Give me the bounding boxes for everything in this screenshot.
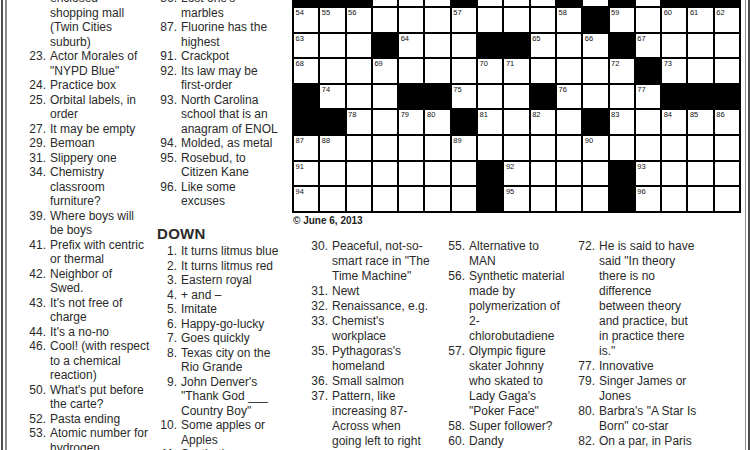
grid-cell (662, 162, 686, 186)
page-border-right-outer (748, 0, 750, 450)
grid-cell (504, 85, 528, 109)
clue-column-left: enclosed shopping mall (Twin Cities subu… (12, 0, 162, 450)
clue-text: Like some excuses (181, 180, 299, 209)
clue-list-down: 1.It turns litmus blue2.It turns litmus … (149, 244, 299, 450)
black-cell (294, 110, 318, 134)
clue: 29.Bemoan (12, 136, 162, 151)
clue-number: 23. (12, 49, 50, 78)
clue-number: 94. (149, 136, 181, 151)
clue-text: John Denver's "Thank God ___ Country Boy… (181, 375, 299, 419)
clue: 2.It turns litmus red (149, 259, 299, 274)
clue: 57.Olympic figure skater Johnny who skat… (437, 344, 579, 419)
clue-text: + and – (181, 288, 299, 303)
page-border-left-inner (5, 0, 7, 450)
black-cell (320, 110, 344, 134)
grid-cell (504, 136, 528, 160)
cell-number: 79 (401, 110, 409, 119)
clue-number: 79. (567, 374, 599, 404)
black-cell (715, 85, 739, 109)
grid-cell (557, 34, 581, 58)
clue-text: Pattern, like increasing 87- Across when… (332, 389, 440, 449)
clue-text: enclosed shopping mall (Twin Cities subu… (50, 0, 162, 49)
grid-cell: 94 (294, 187, 318, 211)
clue-number: 35. (300, 344, 332, 374)
clue-number: 50. (12, 383, 50, 412)
grid-cell (610, 85, 634, 109)
grid-cell: 61 (688, 8, 712, 32)
grid-cell: 95 (504, 187, 528, 211)
black-cell (688, 85, 712, 109)
grid-cell: 87 (294, 136, 318, 160)
grid-cell: 96 (636, 187, 660, 211)
cell-number: 93 (637, 162, 645, 171)
black-cell (478, 187, 502, 211)
clue-number: 43. (12, 296, 50, 325)
clue: 96.Like some excuses (149, 180, 299, 209)
cell-number: 86 (716, 110, 724, 119)
clue-number: 37. (300, 389, 332, 449)
clue-number: 93. (149, 93, 181, 137)
clue: 43.It's not free of charge (12, 296, 162, 325)
clue-text: Small salmon (332, 374, 440, 389)
clue-number: 4. (149, 288, 181, 303)
clue-text: It turns litmus blue (181, 244, 299, 259)
page-border-right-inner (745, 0, 747, 450)
black-cell (688, 0, 712, 6)
grid-cell (531, 59, 555, 83)
cell-number: 61 (690, 8, 698, 17)
grid-cell: 66 (583, 34, 607, 58)
clue: 6.Happy-go-lucky (149, 317, 299, 332)
black-cell (452, 0, 476, 6)
cell-number: 73 (664, 59, 672, 68)
cell-number: 60 (664, 8, 672, 17)
clue: 91.Crackpot (149, 49, 299, 64)
grid-cell: 86 (715, 110, 739, 134)
grid-cell (373, 136, 397, 160)
clue-text: Actor Morales of "NYPD Blue" (50, 49, 162, 78)
cell-number: 70 (480, 59, 488, 68)
grid-cell (478, 136, 502, 160)
cell-number: 57 (453, 8, 461, 17)
clue-number: 36. (300, 374, 332, 389)
clue: 8.Texas city on the Rio Grande (149, 346, 299, 375)
grid-cell (320, 187, 344, 211)
black-cell (662, 85, 686, 109)
grid-cell: 85 (688, 110, 712, 134)
cell-number: 72 (611, 59, 619, 68)
clue-text: Where boys will be boys (50, 209, 162, 238)
grid-cell: 82 (531, 110, 555, 134)
clue-text: It may be empty (50, 122, 162, 137)
black-cell (636, 59, 660, 83)
grid-cell: 88 (320, 136, 344, 160)
clue-text: Olympic figure skater Johnny who skated … (469, 344, 579, 419)
black-cell (294, 0, 318, 6)
clue-number: 31. (300, 284, 332, 299)
clue: 34.Chemistry classroom furniture? (12, 165, 162, 209)
clue: 35.Pythagoras's homeland (300, 344, 440, 374)
black-cell (715, 0, 739, 6)
clue-text: Pythagoras's homeland (332, 344, 440, 374)
clue: 44.It's a no-no (12, 325, 162, 340)
clue-text: Lost one's marbles (181, 0, 299, 20)
grid-cell (583, 162, 607, 186)
black-cell (425, 85, 449, 109)
clue-column-middle: 86.Lost one's marbles87.Fluorine has the… (149, 0, 299, 450)
grid-cell (636, 0, 660, 6)
black-cell (452, 110, 476, 134)
grid-cell: 57 (452, 8, 476, 32)
clue-number: 53. (12, 426, 50, 450)
clue-text: Practice box (50, 78, 162, 93)
clue-text: Peaceful, not-so- smart race in "The Tim… (332, 239, 440, 284)
clue-text: It's not free of charge (50, 296, 162, 325)
grid-cell: 54 (294, 8, 318, 32)
clue-text: Alternative to MAN (469, 239, 579, 269)
cell-number: 55 (322, 8, 330, 17)
clue-text: Molded, as metal (181, 136, 299, 151)
clue-text: Singer James or Jones (599, 374, 722, 404)
grid-cell: 92 (504, 162, 528, 186)
grid-cell: 77 (636, 85, 660, 109)
clue: 77.Innovative (567, 359, 722, 374)
grid-cell (557, 110, 581, 134)
grid-cell (425, 59, 449, 83)
grid-cell (557, 162, 581, 186)
grid-cell (347, 34, 371, 58)
grid-cell (347, 59, 371, 83)
clue-text: Imitate (181, 302, 299, 317)
cell-number: 62 (716, 8, 724, 17)
grid-cell (557, 59, 581, 83)
clue: 1.It turns litmus blue (149, 244, 299, 259)
grid-cell (715, 59, 739, 83)
clue: 56.Synthetic material made by polymeriza… (437, 269, 579, 344)
cell-number: 75 (453, 85, 461, 94)
clue: 32.Renaissance, e.g. (300, 299, 440, 314)
grid-cell (636, 136, 660, 160)
clue-number: 10. (149, 418, 181, 447)
grid-cell (425, 8, 449, 32)
clue-number: 57. (437, 344, 469, 419)
clue-number: 29. (12, 136, 50, 151)
grid-cell (399, 187, 423, 211)
clue-text: Newt (332, 284, 440, 299)
clue-number: 27. (12, 122, 50, 137)
grid-cell: 60 (662, 8, 686, 32)
grid-cell (425, 162, 449, 186)
clue-text: Eastern royal (181, 273, 299, 288)
grid-cell (373, 8, 397, 32)
clue: enclosed shopping mall (Twin Cities subu… (12, 0, 162, 49)
grid-cell (662, 34, 686, 58)
cell-number: 77 (637, 85, 645, 94)
grid-cell (452, 162, 476, 186)
crossword-grid: 5455565758596061626364656667686970717273… (292, 0, 741, 213)
clue-text: Renaissance, e.g. (332, 299, 440, 314)
cell-number: 69 (374, 59, 382, 68)
clue-number: 95. (149, 151, 181, 180)
grid-cell: 73 (662, 59, 686, 83)
clue-text: Texas city on the Rio Grande (181, 346, 299, 375)
grid-cell (531, 136, 555, 160)
clue-text: North Carolina school that is an anagram… (181, 93, 299, 137)
cell-number: 83 (611, 110, 619, 119)
grid-cell (583, 0, 607, 6)
grid-cell: 64 (399, 34, 423, 58)
cell-number: 65 (532, 34, 540, 43)
cell-number: 78 (348, 110, 356, 119)
grid-cell (425, 34, 449, 58)
cell-number: 94 (296, 187, 304, 196)
grid-cell (399, 162, 423, 186)
clue: 41.Prefix with centric or thermal (12, 238, 162, 267)
clue: 10.Some apples or Apples (149, 418, 299, 447)
grid-cell: 71 (504, 59, 528, 83)
grid-cell (557, 187, 581, 211)
cell-number: 88 (322, 136, 330, 145)
clue-text: Bemoan (50, 136, 162, 151)
clue-number: 52. (12, 412, 50, 427)
clue-text: It's a no-no (50, 325, 162, 340)
black-cell (610, 34, 634, 58)
clue: 79.Singer James or Jones (567, 374, 722, 404)
clue: 24.Practice box (12, 78, 162, 93)
black-cell (399, 85, 423, 109)
grid-cell (452, 59, 476, 83)
grid-cell (399, 59, 423, 83)
grid-cell: 89 (452, 136, 476, 160)
clue-number: 34. (12, 165, 50, 209)
clue: 27.It may be empty (12, 122, 162, 137)
clue-number: 3. (149, 273, 181, 288)
clue: 82.On a par, in Paris (567, 434, 722, 449)
grid-cell (478, 0, 502, 6)
clue-column-bottom-3: 72.He is said to have said "In theory th… (567, 239, 722, 449)
grid-cell: 91 (294, 162, 318, 186)
clue-number: 9. (149, 375, 181, 419)
cell-number: 68 (296, 59, 304, 68)
grid-cell: 74 (320, 85, 344, 109)
cell-number: 80 (427, 110, 435, 119)
clue: 86.Lost one's marbles (149, 0, 299, 20)
grid-cell: 56 (347, 8, 371, 32)
clue-number: 33. (300, 314, 332, 344)
clue-text: Some apples or Apples (181, 418, 299, 447)
clue-text: Its law may be first-order (181, 64, 299, 93)
grid-cell (347, 162, 371, 186)
cell-number: 91 (296, 162, 304, 171)
clue-text: Orbital labels, in order (50, 93, 162, 122)
grid-cell: 65 (531, 34, 555, 58)
cell-number: 54 (296, 8, 304, 17)
grid-cell (715, 34, 739, 58)
grid-cell (452, 187, 476, 211)
grid-cell (610, 136, 634, 160)
grid-cell: 78 (347, 110, 371, 134)
clue: 31.Newt (300, 284, 440, 299)
clue: 46.Cool! (with respect to a chemical rea… (12, 339, 162, 383)
clue-number: 86. (149, 0, 181, 20)
clue-number: 44. (12, 325, 50, 340)
cell-number: 74 (322, 85, 330, 94)
clue: 37.Pattern, like increasing 87- Across w… (300, 389, 440, 449)
grid-cell (531, 0, 555, 6)
cell-number: 87 (296, 136, 304, 145)
clue: 72.He is said to have said "In theory th… (567, 239, 722, 359)
clue-number: 25. (12, 93, 50, 122)
grid-cell (636, 110, 660, 134)
grid-cell (688, 187, 712, 211)
grid-cell (478, 8, 502, 32)
clue-text: Cool! (with respect to a chemical reacti… (50, 339, 162, 383)
clue-text: Super follower? (469, 419, 579, 434)
grid-cell: 75 (452, 85, 476, 109)
clue: 33.Chemist's workplace (300, 314, 440, 344)
black-cell (662, 0, 686, 6)
grid-cell (504, 110, 528, 134)
grid-cell: 76 (557, 85, 581, 109)
clue-text: Innovative (599, 359, 722, 374)
clue-text: Prefix with centric or thermal (50, 238, 162, 267)
grid-cell (399, 136, 423, 160)
grid-cell (531, 8, 555, 32)
clue-number: 42. (12, 267, 50, 296)
clue: 4.+ and – (149, 288, 299, 303)
black-cell (583, 110, 607, 134)
grid-cell (373, 110, 397, 134)
page-border-left-outer (1, 0, 3, 450)
clue-number: 8. (149, 346, 181, 375)
clue-number: 91. (149, 49, 181, 64)
clue-text: He is said to have said "In theory there… (599, 239, 722, 359)
grid-cell (373, 187, 397, 211)
grid-cell (688, 34, 712, 58)
grid-cell (583, 187, 607, 211)
cell-number: 95 (506, 187, 514, 196)
cell-number: 84 (664, 110, 672, 119)
clue: 53.Atomic number for hydrogen (12, 426, 162, 450)
clue: 9.John Denver's "Thank God ___ Country B… (149, 375, 299, 419)
grid-cell: 59 (610, 8, 634, 32)
clue-text: What's put before the carte? (50, 383, 162, 412)
clue-text: Goes quickly (181, 331, 299, 346)
grid-cell (320, 59, 344, 83)
cell-number: 90 (585, 136, 593, 145)
cell-number: 76 (558, 85, 566, 94)
clue-number: 82. (567, 434, 599, 449)
grid-cell: 81 (478, 110, 502, 134)
black-cell (610, 187, 634, 211)
grid-cell (425, 0, 449, 6)
grid-cell: 58 (557, 8, 581, 32)
clue-text: Rosebud, to Citizen Kane (181, 151, 299, 180)
clue-number: 5. (149, 302, 181, 317)
clue-text: Synthetic material made by polymerizatio… (469, 269, 579, 344)
black-cell (373, 34, 397, 58)
black-cell (478, 162, 502, 186)
grid-cell: 69 (373, 59, 397, 83)
clue-number: 6. (149, 317, 181, 332)
grid-cell (373, 162, 397, 186)
black-cell (478, 34, 502, 58)
clue: 42.Neighbor of Swed. (12, 267, 162, 296)
black-cell (610, 162, 634, 186)
clue-text: Happy-go-lucky (181, 317, 299, 332)
clue: 39.Where boys will be boys (12, 209, 162, 238)
clue-number: 77. (567, 359, 599, 374)
clue: 92.Its law may be first-order (149, 64, 299, 93)
down-heading: DOWN (157, 227, 299, 242)
black-cell (320, 0, 344, 6)
clue-column-bottom-1: 30.Peaceful, not-so- smart race in "The … (300, 239, 440, 449)
clue-text: Atomic number for hydrogen (50, 426, 162, 450)
clue: 23.Actor Morales of "NYPD Blue" (12, 49, 162, 78)
grid-cell (320, 34, 344, 58)
cell-number: 66 (585, 34, 593, 43)
grid-cell (636, 8, 660, 32)
clue-text: Pasta ending (50, 412, 162, 427)
black-cell (531, 85, 555, 109)
grid-cell (373, 85, 397, 109)
clue: 31.Slippery one (12, 151, 162, 166)
grid-cell (531, 187, 555, 211)
clue-number: 30. (300, 239, 332, 284)
grid-cell (452, 34, 476, 58)
clue: 5.Imitate (149, 302, 299, 317)
clue-text: Barbra's "A Star Is Born" co-star (599, 404, 722, 434)
copyright-line: © June 6, 2013 (293, 215, 363, 226)
grid-cell (715, 187, 739, 211)
clue: 25.Orbital labels, in order (12, 93, 162, 122)
clue-number: 80. (567, 404, 599, 434)
grid-cell (662, 187, 686, 211)
clue-number: 96. (149, 180, 181, 209)
grid-cell: 79 (399, 110, 423, 134)
grid-cell: 63 (294, 34, 318, 58)
grid-cell (688, 136, 712, 160)
black-cell (610, 0, 634, 6)
cell-number: 58 (558, 8, 566, 17)
grid-cell (425, 136, 449, 160)
clue-number: 1. (149, 244, 181, 259)
grid-cell (347, 85, 371, 109)
black-cell (557, 0, 581, 6)
clue: 80.Barbra's "A Star Is Born" co-star (567, 404, 722, 434)
grid-cell (504, 8, 528, 32)
cell-number: 59 (611, 8, 619, 17)
grid-cell (399, 0, 423, 6)
clue-text: Fluorine has the highest (181, 20, 299, 49)
grid-cell: 90 (583, 136, 607, 160)
clue-text: Dandy (469, 434, 579, 449)
clue: 94.Molded, as metal (149, 136, 299, 151)
clue: 60.Dandy (437, 434, 579, 449)
cell-number: 64 (401, 34, 409, 43)
cell-number: 85 (690, 110, 698, 119)
clue-text: It turns litmus red (181, 259, 299, 274)
clue: 30.Peaceful, not-so- smart race in "The … (300, 239, 440, 284)
grid-cell (583, 85, 607, 109)
clue: 87.Fluorine has the highest (149, 20, 299, 49)
black-cell (583, 8, 607, 32)
grid-cell: 67 (636, 34, 660, 58)
black-cell (294, 85, 318, 109)
clue-number: 55. (437, 239, 469, 269)
clue-number: 7. (149, 331, 181, 346)
grid-cell: 70 (478, 59, 502, 83)
